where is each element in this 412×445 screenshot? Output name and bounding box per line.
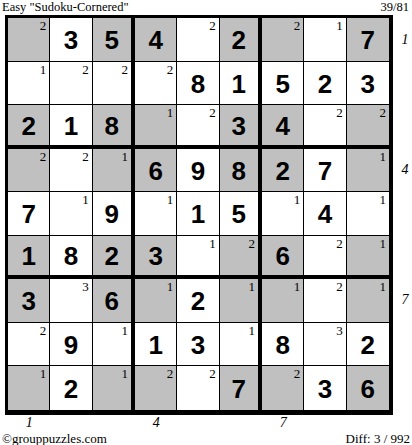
given-digit: 9 — [93, 192, 131, 235]
footer: ©grouppuzzles.com Diff: 3 / 992 — [0, 430, 412, 445]
corner-mark: 1 — [379, 236, 386, 251]
cell-r4c5[interactable]: 9 — [177, 149, 219, 193]
cell-r1c2[interactable]: 3 — [50, 18, 92, 62]
corner-mark: 1 — [248, 279, 255, 294]
cell-r3c4[interactable]: 1 — [135, 105, 177, 149]
col-label-6 — [220, 415, 262, 431]
corner-mark: 2 — [209, 366, 216, 381]
given-digit: 3 — [50, 18, 91, 61]
cell-r4c4[interactable]: 6 — [135, 149, 177, 193]
corner-mark: 1 — [82, 192, 89, 207]
corner-mark: 1 — [379, 149, 386, 164]
given-digit: 2 — [347, 323, 389, 366]
cell-r9c2[interactable]: 2 — [50, 366, 92, 410]
given-digit: 5 — [93, 18, 131, 61]
given-digit: 3 — [177, 323, 218, 366]
given-digit: 2 — [304, 62, 345, 105]
given-digit: 4 — [304, 192, 345, 235]
corner-mark: 1 — [121, 366, 128, 381]
col-label-7: 7 — [262, 415, 304, 431]
sudoku-board: 2354222171222815232181234222216982717191… — [5, 15, 393, 415]
corner-mark: 1 — [167, 279, 174, 294]
col-label-1: 1 — [8, 415, 50, 431]
given-digit: 2 — [93, 236, 131, 276]
given-digit: 8 — [177, 62, 218, 105]
cell-r5c4[interactable]: 1 — [135, 192, 177, 236]
cell-r9c3[interactable]: 1 — [93, 366, 135, 410]
cell-r1c1[interactable]: 2 — [8, 18, 50, 62]
given-digit: 7 — [347, 18, 389, 61]
row-labels: 147 — [394, 18, 412, 409]
given-digit: 2 — [220, 18, 258, 61]
cell-r6c9[interactable]: 1 — [347, 236, 389, 280]
given-digit: 3 — [135, 236, 176, 276]
cell-r6c4[interactable]: 3 — [135, 236, 177, 280]
corner-mark: 1 — [121, 323, 128, 338]
given-digit: 8 — [262, 323, 303, 366]
given-digit: 5 — [220, 192, 258, 235]
corner-mark: 1 — [209, 236, 216, 251]
corner-mark: 2 — [82, 149, 89, 164]
row-label-3 — [394, 105, 412, 148]
cell-r5c6[interactable]: 5 — [220, 192, 262, 236]
cell-r5c1[interactable]: 7 — [8, 192, 50, 236]
puzzle-title: Easy "Sudoku-Cornered" — [2, 1, 129, 14]
cell-r9c9[interactable]: 6 — [347, 366, 389, 410]
cell-r4c1[interactable]: 2 — [8, 149, 50, 193]
corner-mark: 1 — [294, 279, 301, 294]
cell-r8c4[interactable]: 1 — [135, 323, 177, 367]
given-digit: 3 — [304, 366, 345, 410]
cell-r6c5[interactable]: 1 — [177, 236, 219, 280]
cell-r3c7[interactable]: 4 — [262, 105, 304, 149]
cell-r3c5[interactable]: 2 — [177, 105, 219, 149]
corner-mark: 3 — [82, 279, 89, 294]
cell-r2c6[interactable]: 1 — [220, 62, 262, 106]
cell-r6c6[interactable]: 2 — [220, 236, 262, 280]
cell-r8c2[interactable]: 9 — [50, 323, 92, 367]
cell-r7c4[interactable]: 1 — [135, 279, 177, 323]
given-digit: 3 — [8, 279, 49, 322]
given-digit: 1 — [177, 192, 218, 235]
given-digit: 1 — [50, 105, 91, 145]
cell-r8c5[interactable]: 3 — [177, 323, 219, 367]
row-label-4: 4 — [394, 148, 412, 191]
col-label-9 — [347, 415, 389, 431]
cell-r5c7[interactable]: 1 — [262, 192, 304, 236]
board-area: 2354222171222815232181234222216982717191… — [5, 15, 393, 415]
corner-mark: 2 — [40, 18, 47, 33]
cell-r4c6[interactable]: 8 — [220, 149, 262, 193]
corner-mark: 1 — [248, 323, 255, 338]
cell-r7c7[interactable]: 1 — [262, 279, 304, 323]
cell-r2c7[interactable]: 5 — [262, 62, 304, 106]
given-digit: 6 — [135, 149, 176, 192]
cell-r9c8[interactable]: 3 — [304, 366, 346, 410]
row-label-1: 1 — [394, 18, 412, 61]
cell-r3c6[interactable]: 3 — [220, 105, 262, 149]
corner-mark: 1 — [40, 366, 47, 381]
cell-r4c3[interactable]: 1 — [93, 149, 135, 193]
cell-r4c7[interactable]: 2 — [262, 149, 304, 193]
header: Easy "Sudoku-Cornered" 39/81 — [0, 0, 412, 14]
cell-r1c5[interactable]: 2 — [177, 18, 219, 62]
cell-r3c9[interactable]: 2 — [347, 105, 389, 149]
cell-r6c7[interactable]: 6 — [262, 236, 304, 280]
corner-mark: 2 — [121, 62, 128, 77]
corner-mark: 3 — [336, 323, 343, 338]
cell-r2c4[interactable]: 2 — [135, 62, 177, 106]
cell-r1c6[interactable]: 2 — [220, 18, 262, 62]
corner-mark: 2 — [336, 279, 343, 294]
cell-r4c8[interactable]: 7 — [304, 149, 346, 193]
col-label-8 — [304, 415, 346, 431]
cell-r3c2[interactable]: 1 — [50, 105, 92, 149]
cell-r5c5[interactable]: 1 — [177, 192, 219, 236]
given-digit: 2 — [50, 366, 91, 410]
cell-r3c8[interactable]: 2 — [304, 105, 346, 149]
given-digit: 7 — [220, 366, 258, 410]
cell-r6c2[interactable]: 8 — [50, 236, 92, 280]
given-digit: 2 — [262, 149, 303, 192]
cell-r6c1[interactable]: 1 — [8, 236, 50, 280]
cell-r6c3[interactable]: 2 — [93, 236, 135, 280]
cell-r7c2[interactable]: 3 — [50, 279, 92, 323]
corner-mark: 1 — [167, 192, 174, 207]
row-label-5 — [394, 192, 412, 235]
given-digit: 6 — [93, 279, 131, 322]
cell-r8c6[interactable]: 1 — [220, 323, 262, 367]
cell-r2c3[interactable]: 2 — [93, 62, 135, 106]
corner-mark: 1 — [40, 62, 47, 77]
corner-mark: 1 — [121, 149, 128, 164]
cell-r2c5[interactable]: 8 — [177, 62, 219, 106]
cell-r5c8[interactable]: 4 — [304, 192, 346, 236]
col-labels: 147 — [8, 415, 389, 430]
cell-r1c9[interactable]: 7 — [347, 18, 389, 62]
cell-r7c3[interactable]: 6 — [93, 279, 135, 323]
row-label-9 — [394, 366, 412, 409]
cell-r1c4[interactable]: 4 — [135, 18, 177, 62]
row-label-7: 7 — [394, 279, 412, 322]
corner-mark: 1 — [379, 279, 386, 294]
cell-r8c7[interactable]: 8 — [262, 323, 304, 367]
corner-mark: 2 — [167, 366, 174, 381]
cell-r7c9[interactable]: 1 — [347, 279, 389, 323]
cell-r2c2[interactable]: 2 — [50, 62, 92, 106]
cell-r2c8[interactable]: 2 — [304, 62, 346, 106]
cell-r2c1[interactable]: 1 — [8, 62, 50, 106]
cell-r7c8[interactable]: 2 — [304, 279, 346, 323]
corner-mark: 1 — [379, 192, 386, 207]
cell-r4c9[interactable]: 1 — [347, 149, 389, 193]
corner-mark: 2 — [209, 105, 216, 120]
cell-r3c3[interactable]: 8 — [93, 105, 135, 149]
cell-r4c2[interactable]: 2 — [50, 149, 92, 193]
given-digit: 9 — [50, 323, 91, 366]
given-digit: 8 — [93, 105, 131, 145]
cell-r7c1[interactable]: 3 — [8, 279, 50, 323]
cell-r5c3[interactable]: 9 — [93, 192, 135, 236]
cell-r2c9[interactable]: 3 — [347, 62, 389, 106]
given-digit: 1 — [135, 323, 176, 366]
corner-mark: 1 — [294, 192, 301, 207]
difficulty-text: Diff: 3 / 992 — [346, 431, 410, 445]
row-label-6 — [394, 235, 412, 278]
corner-mark: 2 — [209, 18, 216, 33]
cell-r8c3[interactable]: 1 — [93, 323, 135, 367]
corner-mark: 2 — [294, 18, 301, 33]
corner-mark: 2 — [336, 236, 343, 251]
cell-r7c6[interactable]: 1 — [220, 279, 262, 323]
given-digit: 8 — [50, 236, 91, 276]
given-digit: 1 — [8, 236, 49, 276]
cell-r3c1[interactable]: 2 — [8, 105, 50, 149]
cell-r8c8[interactable]: 3 — [304, 323, 346, 367]
corner-mark: 2 — [248, 236, 255, 251]
cell-r9c5[interactable]: 2 — [177, 366, 219, 410]
corner-mark: 2 — [336, 105, 343, 120]
cell-r9c4[interactable]: 2 — [135, 366, 177, 410]
corner-mark: 2 — [40, 149, 47, 164]
cell-r1c8[interactable]: 1 — [304, 18, 346, 62]
given-digit: 7 — [8, 192, 49, 235]
corner-mark: 1 — [167, 105, 174, 120]
cell-r1c3[interactable]: 5 — [93, 18, 135, 62]
cell-r9c6[interactable]: 7 — [220, 366, 262, 410]
progress-counter: 39/81 — [381, 1, 409, 14]
given-digit: 4 — [135, 18, 176, 61]
given-digit: 2 — [8, 105, 49, 145]
given-digit: 9 — [177, 149, 218, 192]
given-digit: 3 — [220, 105, 258, 145]
given-digit: 1 — [220, 62, 258, 105]
corner-mark: 1 — [336, 18, 343, 33]
col-label-3 — [93, 415, 135, 431]
corner-mark: 2 — [82, 62, 89, 77]
col-label-4: 4 — [135, 415, 177, 431]
row-label-2 — [394, 61, 412, 104]
given-digit: 6 — [347, 366, 389, 410]
given-digit: 4 — [262, 105, 303, 145]
corner-mark: 2 — [294, 366, 301, 381]
cell-r6c8[interactable]: 2 — [304, 236, 346, 280]
given-digit: 2 — [177, 279, 218, 322]
cell-r5c2[interactable]: 1 — [50, 192, 92, 236]
col-label-5 — [177, 415, 219, 431]
cell-r5c9[interactable]: 1 — [347, 192, 389, 236]
corner-mark: 2 — [379, 105, 386, 120]
given-digit: 3 — [347, 62, 389, 105]
given-digit: 6 — [262, 236, 303, 276]
given-digit: 5 — [262, 62, 303, 105]
cell-r8c1[interactable]: 2 — [8, 323, 50, 367]
corner-mark: 2 — [167, 62, 174, 77]
copyright-text: ©grouppuzzles.com — [2, 431, 107, 445]
cell-r7c5[interactable]: 2 — [177, 279, 219, 323]
given-digit: 8 — [220, 149, 258, 192]
col-label-2 — [50, 415, 92, 431]
cell-r9c7[interactable]: 2 — [262, 366, 304, 410]
cell-r8c9[interactable]: 2 — [347, 323, 389, 367]
cell-r1c7[interactable]: 2 — [262, 18, 304, 62]
cell-r9c1[interactable]: 1 — [8, 366, 50, 410]
row-label-8 — [394, 322, 412, 365]
given-digit: 7 — [304, 149, 345, 192]
corner-mark: 2 — [40, 323, 47, 338]
